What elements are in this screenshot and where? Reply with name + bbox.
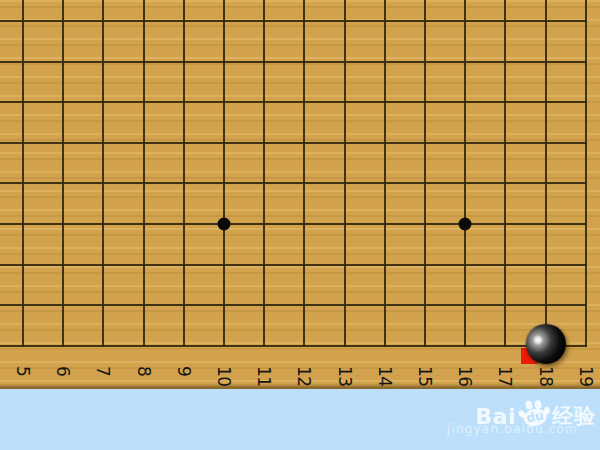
grid-line-vertical	[102, 0, 104, 347]
grid-line-vertical	[143, 0, 145, 347]
grid-line-horizontal	[0, 345, 587, 347]
grid-line-vertical	[424, 0, 426, 347]
grid-line-vertical	[585, 0, 587, 347]
board-bottom-edge-shadow	[0, 383, 600, 389]
grid-line-vertical	[384, 0, 386, 347]
grid-line-vertical	[303, 0, 305, 347]
go-board: 5678910111213141516171819	[0, 0, 600, 389]
grid-line-vertical	[62, 0, 64, 347]
column-label-8: 8	[134, 366, 154, 376]
grid-line-vertical	[504, 0, 506, 347]
grid-line-horizontal	[0, 223, 587, 225]
column-label-6: 6	[53, 366, 73, 376]
grid-line-vertical	[464, 0, 466, 347]
grid-line-vertical	[223, 0, 225, 347]
column-label-5: 5	[13, 366, 33, 376]
grid-line-horizontal	[0, 264, 587, 266]
column-label-9: 9	[174, 366, 194, 376]
grid-line-vertical	[545, 0, 547, 347]
grid-line-horizontal	[0, 304, 587, 306]
watermark-url: jingyan.baidu.com	[447, 422, 578, 436]
grid-line-vertical	[183, 0, 185, 347]
black-stone-18-1	[526, 324, 566, 364]
star-point-10-4	[218, 218, 231, 231]
star-point-16-4	[459, 218, 472, 231]
grid-line-horizontal	[0, 101, 587, 103]
grid-line-horizontal	[0, 20, 587, 22]
grid-line-horizontal	[0, 142, 587, 144]
grid-line-vertical	[344, 0, 346, 347]
grid-line-horizontal	[0, 61, 587, 63]
grid-line-horizontal	[0, 182, 587, 184]
column-label-7: 7	[93, 366, 113, 376]
grid-line-vertical	[22, 0, 24, 347]
grid-line-vertical	[263, 0, 265, 347]
screenshot-canvas: 5678910111213141516171819 Bai du 经验 jing…	[0, 0, 600, 450]
